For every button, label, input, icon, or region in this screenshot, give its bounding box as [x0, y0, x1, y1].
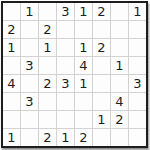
clue-cell-r1c2: 1 [21, 3, 38, 20]
clue-cell-r8c4: 1 [57, 129, 74, 146]
clue-cell-r3c6: 2 [93, 39, 110, 56]
cell-r7c5[interactable] [75, 111, 92, 128]
clue-cell-r5c3: 2 [39, 75, 56, 92]
puzzle-page: 131212211123414231334121212 [0, 0, 150, 148]
clue-cell-r1c6: 2 [93, 3, 110, 20]
cell-r4c1[interactable] [3, 57, 20, 74]
cell-r4c3[interactable] [39, 57, 56, 74]
clue-cell-r4c7: 1 [111, 57, 128, 74]
cell-r5c6[interactable] [93, 75, 110, 92]
cell-r2c8[interactable] [129, 21, 146, 38]
clue-cell-r3c3: 1 [39, 39, 56, 56]
clue-cell-r5c5: 1 [75, 75, 92, 92]
cell-r6c1[interactable] [3, 93, 20, 110]
cell-r7c2[interactable] [21, 111, 38, 128]
cell-r6c6[interactable] [93, 93, 110, 110]
clue-cell-r5c8: 3 [129, 75, 146, 92]
minesweeper-board: 131212211123414231334121212 [1, 1, 148, 148]
cell-r8c2[interactable] [21, 129, 38, 146]
clue-cell-r3c1: 1 [3, 39, 20, 56]
cell-r1c7[interactable] [111, 3, 128, 20]
cell-r3c8[interactable] [129, 39, 146, 56]
cell-r3c7[interactable] [111, 39, 128, 56]
clue-cell-r1c8: 1 [129, 3, 146, 20]
cell-r1c3[interactable] [39, 3, 56, 20]
cell-r6c4[interactable] [57, 93, 74, 110]
clue-cell-r2c3: 2 [39, 21, 56, 38]
cell-r4c4[interactable] [57, 57, 74, 74]
clue-cell-r8c3: 2 [39, 129, 56, 146]
cell-r6c8[interactable] [129, 93, 146, 110]
clue-cell-r5c4: 3 [57, 75, 74, 92]
cell-r5c2[interactable] [21, 75, 38, 92]
cell-r8c7[interactable] [111, 129, 128, 146]
clue-cell-r2c1: 2 [3, 21, 20, 38]
clue-cell-r6c2: 3 [21, 93, 38, 110]
cell-r3c2[interactable] [21, 39, 38, 56]
clue-cell-r1c5: 1 [75, 3, 92, 20]
cell-r7c1[interactable] [3, 111, 20, 128]
clue-cell-r4c2: 3 [21, 57, 38, 74]
cell-r7c8[interactable] [129, 111, 146, 128]
clue-cell-r8c1: 1 [3, 129, 20, 146]
cell-r2c2[interactable] [21, 21, 38, 38]
cell-r2c4[interactable] [57, 21, 74, 38]
cell-r8c6[interactable] [93, 129, 110, 146]
cell-r4c8[interactable] [129, 57, 146, 74]
cell-r2c5[interactable] [75, 21, 92, 38]
cell-r7c3[interactable] [39, 111, 56, 128]
cell-r2c6[interactable] [93, 21, 110, 38]
cell-r2c7[interactable] [111, 21, 128, 38]
cell-r1c1[interactable] [3, 3, 20, 20]
clue-cell-r1c4: 3 [57, 3, 74, 20]
cell-r7c4[interactable] [57, 111, 74, 128]
cell-r8c8[interactable] [129, 129, 146, 146]
clue-cell-r3c5: 1 [75, 39, 92, 56]
cell-r6c3[interactable] [39, 93, 56, 110]
clue-cell-r7c7: 2 [111, 111, 128, 128]
clue-cell-r4c5: 4 [75, 57, 92, 74]
clue-cell-r7c6: 1 [93, 111, 110, 128]
clue-cell-r6c7: 4 [111, 93, 128, 110]
cell-r5c7[interactable] [111, 75, 128, 92]
cell-r6c5[interactable] [75, 93, 92, 110]
cell-r3c4[interactable] [57, 39, 74, 56]
clue-cell-r5c1: 4 [3, 75, 20, 92]
cell-r4c6[interactable] [93, 57, 110, 74]
clue-cell-r8c5: 2 [75, 129, 92, 146]
